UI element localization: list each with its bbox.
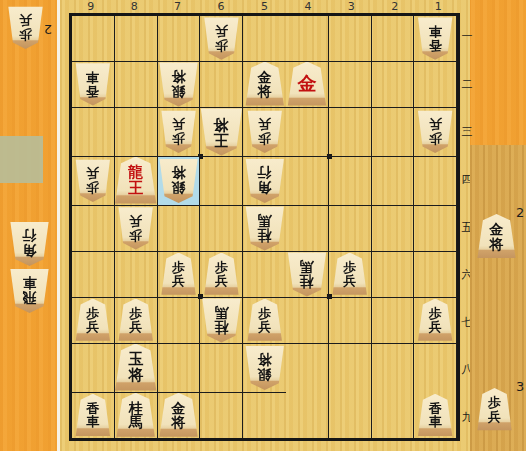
- file-labels: 987654321: [69, 0, 460, 13]
- piece-kanji: 兵: [19, 14, 32, 27]
- square-2-4[interactable]: [372, 157, 415, 206]
- square-9-2[interactable]: 香車: [72, 62, 115, 108]
- square-6-6[interactable]: 歩兵: [200, 252, 243, 298]
- piece-歩兵-sente[interactable]: 歩兵: [332, 253, 367, 296]
- piece-kanji: 香: [429, 38, 442, 51]
- piece-歩兵-sente[interactable]: 歩兵: [477, 388, 512, 431]
- piece-歩兵-gote[interactable]: 歩兵: [418, 110, 453, 153]
- piece-kanji: 将: [214, 116, 229, 131]
- square-5-2[interactable]: 金将: [243, 62, 286, 108]
- square-1-1[interactable]: 香車: [414, 16, 457, 62]
- sente-hand-slot-gold[interactable]: 金将: [477, 214, 516, 259]
- square-3-6[interactable]: 歩兵: [329, 252, 372, 298]
- gote-hand-slot-pawn[interactable]: 歩兵: [8, 6, 43, 49]
- square-2-3[interactable]: [372, 108, 415, 157]
- piece-香車-sente[interactable]: 香車: [75, 394, 110, 437]
- file-label: 8: [112, 0, 155, 13]
- square-9-3[interactable]: [72, 108, 115, 157]
- piece-kanji: 車: [86, 415, 99, 428]
- square-8-6[interactable]: [115, 252, 158, 298]
- piece-kanji: 兵: [429, 118, 442, 131]
- square-1-8[interactable]: [414, 344, 457, 393]
- square-3-2[interactable]: [329, 62, 372, 108]
- piece-桂馬-gote[interactable]: 桂馬: [202, 298, 241, 343]
- piece-kanji: 車: [429, 415, 442, 428]
- square-1-6[interactable]: [414, 252, 457, 298]
- sente-hand: 金将 2 歩兵 3: [470, 145, 526, 451]
- file-label: 6: [199, 0, 242, 13]
- piece-歩兵-gote[interactable]: 歩兵: [161, 110, 196, 153]
- piece-kanji: 香: [86, 84, 99, 97]
- file-label: 9: [69, 0, 112, 13]
- piece-kanji: 香: [429, 402, 442, 415]
- piece-kanji: 歩: [429, 132, 442, 145]
- square-5-8[interactable]: 銀将: [243, 344, 286, 393]
- square-4-9[interactable]: [286, 393, 329, 439]
- piece-香車-sente[interactable]: 香車: [418, 394, 453, 437]
- square-7-6[interactable]: 歩兵: [158, 252, 201, 298]
- square-3-5[interactable]: [329, 206, 372, 252]
- square-4-8[interactable]: [286, 344, 329, 393]
- square-3-1[interactable]: [329, 16, 372, 62]
- piece-龍王-sente[interactable]: 龍王: [115, 157, 157, 205]
- piece-kanji: 歩: [258, 307, 271, 320]
- square-1-2[interactable]: [414, 62, 457, 108]
- piece-kanji: 兵: [488, 410, 501, 423]
- piece-kanji: 兵: [429, 320, 442, 333]
- piece-kanji: 将: [258, 353, 272, 367]
- piece-桂馬-gote[interactable]: 桂馬: [287, 252, 326, 297]
- square-6-5[interactable]: [200, 206, 243, 252]
- piece-kanji: 兵: [215, 274, 228, 287]
- piece-kanji: 銀: [172, 84, 186, 98]
- piece-kanji: 行: [258, 166, 272, 180]
- square-5-5[interactable]: 桂馬: [243, 206, 286, 252]
- piece-kanji: 将: [258, 84, 272, 98]
- piece-銀将-gote[interactable]: 銀将: [159, 158, 198, 203]
- piece-kanji: 兵: [258, 118, 271, 131]
- piece-kanji: 角: [23, 244, 37, 258]
- piece-kanji: 飛: [23, 291, 37, 305]
- square-1-7[interactable]: 歩兵: [414, 298, 457, 344]
- file-label: 2: [373, 0, 416, 13]
- square-6-7[interactable]: 桂馬: [200, 298, 243, 344]
- square-3-9[interactable]: [329, 393, 372, 439]
- square-1-9[interactable]: 香車: [414, 393, 457, 439]
- piece-kanji: 金: [490, 222, 504, 236]
- piece-kanji: 歩: [129, 307, 142, 320]
- square-6-8[interactable]: [200, 344, 243, 393]
- square-2-6[interactable]: [372, 252, 415, 298]
- piece-kanji: 兵: [258, 320, 271, 333]
- sente-gold-count: 2: [516, 205, 524, 220]
- square-2-1[interactable]: [372, 16, 415, 62]
- piece-kanji: 歩: [343, 261, 356, 274]
- file-label: 7: [156, 0, 199, 13]
- piece-kanji: 歩: [215, 38, 228, 51]
- piece-kanji: 桂: [129, 401, 143, 415]
- square-3-4[interactable]: [329, 157, 372, 206]
- piece-kanji: 歩: [86, 181, 99, 194]
- square-6-1[interactable]: 歩兵: [200, 16, 243, 62]
- piece-kanji: 銀: [172, 181, 186, 195]
- piece-王将-gote[interactable]: 王将: [200, 108, 242, 156]
- piece-kanji: 将: [172, 70, 186, 84]
- piece-香車-gote[interactable]: 香車: [75, 63, 110, 106]
- piece-kanji: 銀: [258, 368, 272, 382]
- piece-kanji: 角: [258, 181, 272, 195]
- piece-歩兵-sente[interactable]: 歩兵: [161, 253, 196, 296]
- square-3-8[interactable]: [329, 344, 372, 393]
- square-9-6[interactable]: [72, 252, 115, 298]
- piece-kanji: 歩: [258, 132, 271, 145]
- piece-香車-gote[interactable]: 香車: [418, 17, 453, 60]
- square-2-7[interactable]: [372, 298, 415, 344]
- piece-kanji: 馬: [300, 260, 314, 274]
- square-2-9[interactable]: [372, 393, 415, 439]
- piece-kanji: 桂: [258, 228, 272, 242]
- piece-kanji: 歩: [215, 261, 228, 274]
- piece-kanji: 兵: [172, 274, 185, 287]
- piece-kanji: 桂: [214, 320, 228, 334]
- piece-桂馬-gote[interactable]: 桂馬: [245, 206, 284, 251]
- square-8-2[interactable]: [115, 62, 158, 108]
- square-7-2[interactable]: 銀将: [158, 62, 201, 108]
- square-4-6[interactable]: 桂馬: [286, 252, 329, 298]
- piece-kanji: 歩: [86, 307, 99, 320]
- piece-kanji: 車: [86, 71, 99, 84]
- square-7-1[interactable]: [158, 16, 201, 62]
- square-8-8[interactable]: 玉将: [115, 344, 158, 393]
- square-9-7[interactable]: 歩兵: [72, 298, 115, 344]
- square-4-2[interactable]: 金: [286, 62, 329, 108]
- sente-hand-slot-pawn[interactable]: 歩兵: [477, 388, 512, 431]
- piece-kanji: 兵: [343, 274, 356, 287]
- piece-kanji: 将: [172, 166, 186, 180]
- file-label: 4: [286, 0, 329, 13]
- square-6-3[interactable]: 王将: [200, 108, 243, 157]
- piece-桂馬-sente[interactable]: 桂馬: [116, 393, 155, 438]
- gote-hand-slot-bishop[interactable]: 角行: [10, 221, 49, 266]
- piece-kanji: 兵: [215, 25, 228, 38]
- piece-kanji: 行: [23, 229, 37, 243]
- file-label: 3: [330, 0, 373, 13]
- square-5-4[interactable]: 角行: [243, 157, 286, 206]
- piece-kanji: 馬: [258, 214, 272, 228]
- square-1-5[interactable]: [414, 206, 457, 252]
- gote-hand-slot-rook[interactable]: 飛車: [10, 268, 49, 313]
- square-7-8[interactable]: [158, 344, 201, 393]
- piece-kanji: 馬: [129, 415, 143, 429]
- sente-pawn-count: 3: [516, 379, 524, 394]
- piece-kanji: 歩: [488, 396, 501, 409]
- square-7-5[interactable]: [158, 206, 201, 252]
- square-9-4[interactable]: 歩兵: [72, 157, 115, 206]
- piece-歩兵-sente[interactable]: 歩兵: [204, 253, 239, 296]
- piece-kanji: 金: [297, 74, 316, 93]
- square-4-7[interactable]: [286, 298, 329, 344]
- square-4-4[interactable]: [286, 157, 329, 206]
- piece-成銀-sente[interactable]: 金: [287, 62, 326, 107]
- piece-歩兵-gote[interactable]: 歩兵: [247, 110, 282, 153]
- piece-kanji: 歩: [19, 28, 32, 41]
- square-8-4[interactable]: 龍王: [115, 157, 158, 206]
- piece-歩兵-gote[interactable]: 歩兵: [8, 6, 43, 49]
- piece-kanji: 歩: [429, 307, 442, 320]
- piece-kanji: 将: [172, 415, 186, 429]
- square-7-7[interactable]: [158, 298, 201, 344]
- board-panel: 987654321 一二三四五六七八九 歩兵香車香車銀将金将金歩兵王将歩兵歩兵歩…: [57, 0, 470, 451]
- square-8-5[interactable]: 歩兵: [115, 206, 158, 252]
- square-9-8[interactable]: [72, 344, 115, 393]
- square-1-4[interactable]: [414, 157, 457, 206]
- piece-歩兵-gote[interactable]: 歩兵: [118, 207, 153, 250]
- piece-歩兵-sente[interactable]: 歩兵: [118, 299, 153, 342]
- square-8-3[interactable]: [115, 108, 158, 157]
- square-3-7[interactable]: [329, 298, 372, 344]
- piece-kanji: 馬: [214, 306, 228, 320]
- file-label: 5: [243, 0, 286, 13]
- rank-label: 一: [461, 13, 473, 61]
- piece-kanji: 桂: [300, 274, 314, 288]
- square-7-3[interactable]: 歩兵: [158, 108, 201, 157]
- piece-kanji: 王: [128, 181, 143, 196]
- piece-金将-sente[interactable]: 金将: [159, 393, 198, 438]
- square-6-2[interactable]: [200, 62, 243, 108]
- piece-歩兵-gote[interactable]: 歩兵: [75, 159, 110, 202]
- square-5-9[interactable]: [243, 393, 286, 439]
- piece-kanji: 歩: [172, 261, 185, 274]
- piece-玉将-sente[interactable]: 玉将: [115, 344, 157, 392]
- square-1-3[interactable]: 歩兵: [414, 108, 457, 157]
- square-2-2[interactable]: [372, 62, 415, 108]
- square-8-9[interactable]: 桂馬: [115, 393, 158, 439]
- square-7-4[interactable]: 銀将: [158, 157, 201, 206]
- tray-marker: [0, 136, 43, 183]
- square-5-6[interactable]: [243, 252, 286, 298]
- square-8-1[interactable]: [115, 16, 158, 62]
- square-9-5[interactable]: [72, 206, 115, 252]
- piece-銀将-gote[interactable]: 銀将: [245, 345, 284, 390]
- square-4-3[interactable]: [286, 108, 329, 157]
- square-2-5[interactable]: [372, 206, 415, 252]
- square-3-3[interactable]: [329, 108, 372, 157]
- square-4-5[interactable]: [286, 206, 329, 252]
- piece-kanji: 車: [23, 276, 37, 290]
- piece-kanji: 金: [172, 401, 186, 415]
- piece-kanji: 歩: [172, 132, 185, 145]
- gote-pawn-count: 2: [44, 22, 52, 37]
- square-9-1[interactable]: [72, 16, 115, 62]
- square-6-4[interactable]: [200, 157, 243, 206]
- piece-kanji: 金: [258, 70, 272, 84]
- piece-歩兵-gote[interactable]: 歩兵: [204, 17, 239, 60]
- piece-kanji: 香: [86, 402, 99, 415]
- square-2-8[interactable]: [372, 344, 415, 393]
- square-5-1[interactable]: [243, 16, 286, 62]
- piece-kanji: 兵: [129, 320, 142, 333]
- piece-kanji: 将: [128, 368, 143, 383]
- square-5-3[interactable]: 歩兵: [243, 108, 286, 157]
- piece-kanji: 兵: [86, 167, 99, 180]
- piece-角行-gote[interactable]: 角行: [10, 221, 49, 266]
- square-4-1[interactable]: [286, 16, 329, 62]
- piece-金将-sente[interactable]: 金将: [245, 62, 284, 107]
- piece-kanji: 歩: [129, 228, 142, 241]
- piece-kanji: 兵: [129, 215, 142, 228]
- piece-角行-gote[interactable]: 角行: [245, 158, 284, 203]
- square-9-9[interactable]: 香車: [72, 393, 115, 439]
- shogi-app: 歩兵 2 角行 飛車 987654321 一二三四五六七八九 歩兵香車香車銀将金…: [0, 0, 526, 451]
- piece-kanji: 車: [429, 25, 442, 38]
- square-8-7[interactable]: 歩兵: [115, 298, 158, 344]
- board-grid: 歩兵香車香車銀将金将金歩兵王将歩兵歩兵歩兵龍王銀将角行歩兵桂馬歩兵歩兵桂馬歩兵歩…: [69, 13, 460, 441]
- piece-kanji: 兵: [86, 320, 99, 333]
- piece-金将-sente[interactable]: 金将: [477, 214, 516, 259]
- piece-歩兵-sente[interactable]: 歩兵: [75, 299, 110, 342]
- file-label: 1: [417, 0, 460, 13]
- piece-飛車-gote[interactable]: 飛車: [10, 268, 49, 313]
- piece-kanji: 兵: [172, 118, 185, 131]
- piece-kanji: 将: [490, 237, 504, 251]
- square-5-7[interactable]: 歩兵: [243, 298, 286, 344]
- piece-歩兵-sente[interactable]: 歩兵: [247, 299, 282, 342]
- rank-label: 二: [461, 61, 473, 109]
- piece-銀将-gote[interactable]: 銀将: [159, 62, 198, 107]
- square-7-9[interactable]: 金将: [158, 393, 201, 439]
- square-6-9[interactable]: [200, 393, 243, 439]
- piece-歩兵-sente[interactable]: 歩兵: [418, 299, 453, 342]
